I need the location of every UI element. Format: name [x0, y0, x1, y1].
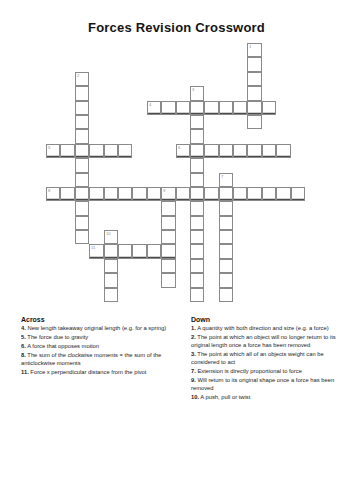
clue-item: 1. A quantity with both direction and si…: [191, 324, 346, 332]
grid-cell[interactable]: [190, 115, 204, 129]
empty-space: [176, 129, 190, 143]
empty-space: [60, 201, 74, 215]
grid-cell[interactable]: [190, 101, 204, 115]
grid-cell[interactable]: [161, 244, 175, 258]
empty-space: [132, 273, 146, 287]
empty-space: [118, 101, 132, 115]
grid-cell[interactable]: 6: [176, 144, 190, 158]
grid-cell[interactable]: [75, 86, 89, 100]
grid-cell[interactable]: [104, 273, 118, 287]
empty-space: [161, 86, 175, 100]
grid-cell[interactable]: [190, 230, 204, 244]
empty-space: [262, 288, 276, 302]
empty-space: [161, 129, 175, 143]
grid-cell[interactable]: [190, 201, 204, 215]
empty-space: [291, 158, 305, 172]
empty-space: [291, 129, 305, 143]
clue-number: 1: [249, 44, 251, 48]
clue-item-number: 8.: [21, 352, 26, 359]
empty-space: [60, 288, 74, 302]
empty-space: [219, 43, 233, 57]
empty-space: [204, 173, 218, 187]
empty-space: [276, 230, 290, 244]
grid-cell[interactable]: 10: [104, 230, 118, 244]
empty-space: [291, 230, 305, 244]
clue-item: 7. Extension is directly proportional to…: [191, 367, 346, 375]
empty-space: [190, 72, 204, 86]
empty-space: [276, 129, 290, 143]
empty-space: [104, 101, 118, 115]
clue-item: 2. The point at which an object will no …: [191, 333, 346, 349]
grid-cell[interactable]: [161, 201, 175, 215]
empty-space: [233, 230, 247, 244]
empty-space: [75, 57, 89, 71]
grid-cell[interactable]: [190, 129, 204, 143]
grid-cell[interactable]: [233, 187, 247, 201]
empty-space: [262, 173, 276, 187]
grid-cell[interactable]: [147, 244, 161, 258]
grid-cell[interactable]: [219, 201, 233, 215]
empty-space: [60, 244, 74, 258]
empty-space: [118, 115, 132, 129]
empty-space: [291, 259, 305, 273]
empty-space: [147, 259, 161, 273]
empty-space: [118, 72, 132, 86]
empty-space: [291, 57, 305, 71]
grid-cell[interactable]: [161, 216, 175, 230]
empty-space: [132, 216, 146, 230]
empty-space: [46, 43, 60, 57]
grid-cell[interactable]: [75, 216, 89, 230]
grid-cell[interactable]: [190, 244, 204, 258]
clue-number: 10: [106, 231, 111, 235]
grid-cell[interactable]: [219, 259, 233, 273]
empty-space: [276, 86, 290, 100]
empty-space: [46, 216, 60, 230]
empty-space: [46, 201, 60, 215]
empty-space: [204, 86, 218, 100]
empty-space: [161, 72, 175, 86]
empty-space: [204, 216, 218, 230]
grid-cell[interactable]: [233, 144, 247, 158]
empty-space: [147, 43, 161, 57]
grid-cell[interactable]: [190, 144, 204, 158]
empty-space: [161, 158, 175, 172]
empty-space: [104, 57, 118, 71]
empty-space: [176, 57, 190, 71]
grid-cell[interactable]: [190, 259, 204, 273]
empty-space: [262, 273, 276, 287]
down-clue-list: 1. A quantity with both direction and si…: [191, 324, 346, 401]
empty-space: [147, 158, 161, 172]
across-heading: Across: [21, 315, 186, 323]
empty-space: [176, 158, 190, 172]
grid-cell[interactable]: 9: [161, 187, 175, 201]
empty-space: [176, 86, 190, 100]
grid-cell[interactable]: [190, 173, 204, 187]
empty-space: [204, 201, 218, 215]
empty-space: [147, 57, 161, 71]
empty-space: [60, 129, 74, 143]
empty-space: [147, 86, 161, 100]
empty-space: [60, 273, 74, 287]
empty-space: [60, 43, 74, 57]
empty-space: [247, 216, 261, 230]
empty-space: [104, 43, 118, 57]
grid-cell[interactable]: [161, 259, 175, 273]
grid-cell[interactable]: [104, 259, 118, 273]
empty-space: [190, 57, 204, 71]
empty-space: [89, 72, 103, 86]
clue-item-number: 4.: [21, 324, 26, 331]
empty-space: [147, 115, 161, 129]
grid-cell[interactable]: [204, 101, 218, 115]
empty-space: [276, 259, 290, 273]
grid-cell[interactable]: [190, 288, 204, 302]
empty-space: [60, 259, 74, 273]
empty-space: [219, 57, 233, 71]
grid-cell[interactable]: [219, 288, 233, 302]
empty-space: [89, 288, 103, 302]
empty-space: [132, 259, 146, 273]
empty-space: [104, 201, 118, 215]
empty-space: [233, 158, 247, 172]
clue-item-number: 9.: [191, 377, 196, 384]
empty-space: [60, 115, 74, 129]
empty-space: [176, 244, 190, 258]
grid-cell[interactable]: [233, 101, 247, 115]
empty-space: [262, 158, 276, 172]
grid-cell[interactable]: [219, 244, 233, 258]
grid-cell[interactable]: [75, 129, 89, 143]
empty-space: [118, 43, 132, 57]
grid-cell[interactable]: [75, 101, 89, 115]
grid-cell[interactable]: [219, 144, 233, 158]
empty-space: [291, 72, 305, 86]
empty-space: [147, 129, 161, 143]
empty-space: [247, 244, 261, 258]
down-heading: Down: [191, 315, 346, 323]
page-title: Forces Revision Crossword: [0, 20, 353, 35]
grid-cell[interactable]: [219, 101, 233, 115]
clue-number: 9: [163, 188, 165, 192]
empty-space: [89, 129, 103, 143]
grid-cell[interactable]: 11: [89, 244, 103, 258]
empty-space: [204, 288, 218, 302]
empty-space: [75, 43, 89, 57]
empty-space: [262, 43, 276, 57]
grid-cell[interactable]: [204, 187, 218, 201]
grid-cell[interactable]: [190, 187, 204, 201]
grid-cell[interactable]: [276, 144, 290, 158]
grid-cell[interactable]: [75, 144, 89, 158]
empty-space: [247, 158, 261, 172]
grid-cell[interactable]: [132, 187, 146, 201]
empty-space: [46, 244, 60, 258]
empty-space: [104, 158, 118, 172]
empty-space: [147, 216, 161, 230]
empty-space: [176, 288, 190, 302]
empty-space: [247, 201, 261, 215]
clue-number: 4: [149, 102, 151, 106]
grid-cell[interactable]: [247, 72, 261, 86]
grid-cell[interactable]: [190, 273, 204, 287]
grid-cell[interactable]: [75, 158, 89, 172]
empty-space: [161, 173, 175, 187]
grid-cell[interactable]: [60, 187, 74, 201]
empty-space: [276, 57, 290, 71]
clue-item: 4. New length takeaway original length (…: [21, 324, 186, 332]
grid-cell[interactable]: [89, 187, 103, 201]
empty-space: [89, 43, 103, 57]
empty-space: [233, 43, 247, 57]
grid-cell[interactable]: [291, 187, 305, 201]
grid-cell[interactable]: [247, 86, 261, 100]
grid-cell[interactable]: [204, 144, 218, 158]
empty-space: [46, 158, 60, 172]
grid-cell[interactable]: [247, 144, 261, 158]
grid-cell[interactable]: [75, 187, 89, 201]
grid-cell[interactable]: [219, 216, 233, 230]
empty-space: [118, 216, 132, 230]
empty-space: [233, 216, 247, 230]
down-clues-section: Down 1. A quantity with both direction a…: [191, 315, 346, 402]
empty-space: [233, 86, 247, 100]
grid-cell[interactable]: [190, 216, 204, 230]
empty-space: [104, 86, 118, 100]
grid-cell[interactable]: 7: [219, 173, 233, 187]
grid-cell[interactable]: [75, 201, 89, 215]
grid-cell[interactable]: [132, 244, 146, 258]
empty-space: [132, 72, 146, 86]
empty-space: [176, 43, 190, 57]
empty-space: [233, 57, 247, 71]
empty-space: [204, 57, 218, 71]
empty-space: [291, 273, 305, 287]
grid-cell[interactable]: [176, 187, 190, 201]
grid-cell[interactable]: [276, 187, 290, 201]
empty-space: [276, 288, 290, 302]
empty-space: [60, 86, 74, 100]
empty-space: [276, 101, 290, 115]
grid-cell[interactable]: [190, 158, 204, 172]
empty-space: [60, 101, 74, 115]
empty-space: [147, 201, 161, 215]
clue-item: 11. Force x perpendicular distance from …: [21, 368, 186, 376]
empty-space: [132, 57, 146, 71]
grid-cell[interactable]: [247, 101, 261, 115]
empty-space: [132, 43, 146, 57]
empty-space: [118, 57, 132, 71]
empty-space: [276, 173, 290, 187]
empty-space: [89, 259, 103, 273]
grid-cell[interactable]: [118, 244, 132, 258]
empty-space: [291, 43, 305, 57]
empty-space: [89, 273, 103, 287]
empty-space: [204, 244, 218, 258]
empty-space: [219, 158, 233, 172]
clue-item-number: 5.: [21, 334, 26, 341]
empty-space: [75, 288, 89, 302]
empty-space: [89, 101, 103, 115]
empty-space: [89, 115, 103, 129]
clue-item-number: 10.: [191, 394, 199, 401]
empty-space: [291, 144, 305, 158]
grid-cell[interactable]: [104, 187, 118, 201]
grid-cell[interactable]: 3: [190, 86, 204, 100]
grid-cell[interactable]: [262, 144, 276, 158]
clue-item-number: 2.: [191, 334, 196, 341]
empty-space: [276, 201, 290, 215]
empty-space: [46, 288, 60, 302]
empty-space: [147, 173, 161, 187]
clue-item-number: 1.: [191, 324, 196, 331]
clue-item: 9. Will return to its original shape onc…: [191, 376, 346, 392]
empty-space: [291, 216, 305, 230]
empty-space: [46, 86, 60, 100]
clue-item: 8. The sum of the clockwise moments = th…: [21, 351, 186, 367]
empty-space: [176, 173, 190, 187]
grid-cell[interactable]: [118, 187, 132, 201]
empty-space: [118, 129, 132, 143]
empty-space: [132, 86, 146, 100]
empty-space: [276, 115, 290, 129]
empty-space: [219, 115, 233, 129]
empty-space: [60, 230, 74, 244]
empty-space: [118, 230, 132, 244]
empty-space: [291, 115, 305, 129]
clue-item-number: 11.: [21, 369, 29, 376]
clue-item: 3. The point at which all of an objects …: [191, 350, 346, 366]
empty-space: [46, 72, 60, 86]
empty-space: [132, 173, 146, 187]
empty-space: [60, 57, 74, 71]
empty-space: [147, 72, 161, 86]
empty-space: [46, 259, 60, 273]
empty-space: [262, 244, 276, 258]
crossword-grid: 1234567891011: [46, 43, 305, 302]
empty-space: [176, 230, 190, 244]
empty-space: [262, 216, 276, 230]
empty-space: [291, 86, 305, 100]
empty-space: [262, 86, 276, 100]
grid-cell[interactable]: [219, 230, 233, 244]
clue-number: 11: [91, 245, 95, 249]
clue-item: 6. A force that opposes motion: [21, 342, 186, 350]
grid-cell[interactable]: [118, 144, 132, 158]
empty-space: [219, 129, 233, 143]
empty-space: [46, 101, 60, 115]
empty-space: [132, 158, 146, 172]
empty-space: [262, 259, 276, 273]
across-clues-section: Across 4. New length takeaway original l…: [21, 315, 186, 377]
across-clue-list: 4. New length takeaway original length (…: [21, 324, 186, 376]
empty-space: [276, 273, 290, 287]
empty-space: [118, 86, 132, 100]
empty-space: [132, 230, 146, 244]
empty-space: [147, 288, 161, 302]
grid-cell[interactable]: [104, 288, 118, 302]
empty-space: [219, 86, 233, 100]
empty-space: [89, 230, 103, 244]
empty-space: [89, 86, 103, 100]
empty-space: [291, 288, 305, 302]
empty-space: [161, 115, 175, 129]
empty-space: [176, 259, 190, 273]
grid-cell[interactable]: [219, 273, 233, 287]
grid-cell[interactable]: [75, 230, 89, 244]
grid-cell[interactable]: [247, 57, 261, 71]
empty-space: [276, 43, 290, 57]
grid-cell[interactable]: [60, 144, 74, 158]
empty-space: [89, 57, 103, 71]
grid-cell[interactable]: 5: [46, 144, 60, 158]
clue-number: 2: [77, 73, 79, 77]
empty-space: [89, 173, 103, 187]
clue-item-number: 3.: [191, 351, 196, 358]
empty-space: [204, 259, 218, 273]
empty-space: [46, 57, 60, 71]
grid-cell[interactable]: [75, 115, 89, 129]
empty-space: [132, 101, 146, 115]
grid-cell[interactable]: [262, 101, 276, 115]
empty-space: [118, 173, 132, 187]
grid-cell[interactable]: [262, 187, 276, 201]
empty-space: [46, 173, 60, 187]
empty-space: [104, 216, 118, 230]
empty-space: [204, 43, 218, 57]
empty-space: [46, 230, 60, 244]
grid-cell[interactable]: [104, 244, 118, 258]
grid-cell[interactable]: 8: [46, 187, 60, 201]
empty-space: [132, 288, 146, 302]
grid-cell[interactable]: 1: [247, 43, 261, 57]
empty-space: [276, 158, 290, 172]
grid-cell[interactable]: [247, 187, 261, 201]
grid-cell[interactable]: [247, 115, 261, 129]
empty-space: [46, 273, 60, 287]
grid-cell[interactable]: 2: [75, 72, 89, 86]
empty-space: [104, 173, 118, 187]
grid-cell[interactable]: [75, 173, 89, 187]
clue-item-number: 7.: [191, 368, 196, 375]
empty-space: [60, 158, 74, 172]
grid-cell[interactable]: [176, 101, 190, 115]
grid-cell[interactable]: [161, 273, 175, 287]
empty-space: [233, 273, 247, 287]
grid-cell[interactable]: [161, 230, 175, 244]
empty-space: [75, 273, 89, 287]
empty-space: [132, 115, 146, 129]
empty-space: [161, 288, 175, 302]
grid-cell[interactable]: [219, 187, 233, 201]
empty-space: [118, 273, 132, 287]
grid-cell[interactable]: [147, 187, 161, 201]
grid-cell[interactable]: [89, 144, 103, 158]
clue-item-number: 6.: [21, 343, 26, 350]
empty-space: [176, 216, 190, 230]
empty-space: [233, 173, 247, 187]
grid-cell[interactable]: [104, 144, 118, 158]
empty-space: [104, 115, 118, 129]
clue-number: 8: [48, 188, 50, 192]
empty-space: [89, 201, 103, 215]
empty-space: [46, 129, 60, 143]
grid-cell[interactable]: 4: [147, 101, 161, 115]
grid-cell[interactable]: [161, 101, 175, 115]
empty-space: [233, 72, 247, 86]
empty-space: [46, 115, 60, 129]
